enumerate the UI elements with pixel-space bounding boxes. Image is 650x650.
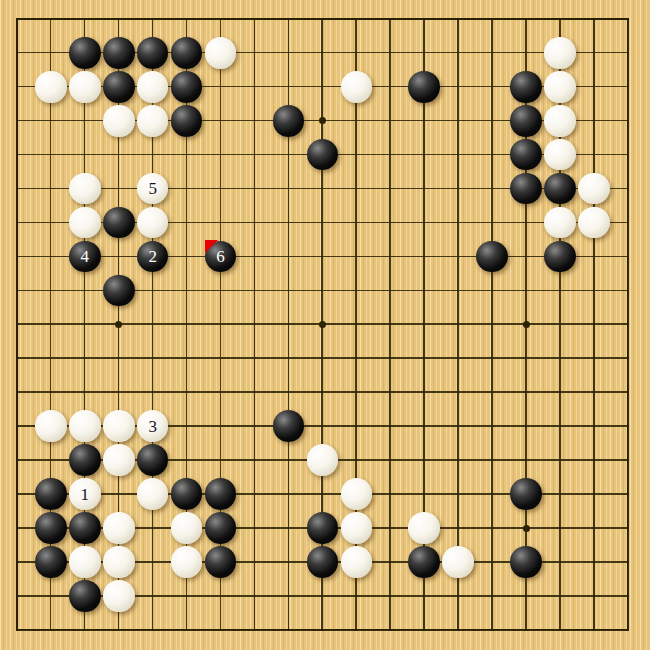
- intersection[interactable]: [102, 579, 136, 613]
- intersection[interactable]: [611, 307, 645, 341]
- stone-black[interactable]: [510, 139, 542, 171]
- intersection[interactable]: [0, 36, 34, 70]
- intersection[interactable]: [373, 443, 407, 477]
- intersection[interactable]: [34, 579, 68, 613]
- intersection[interactable]: [204, 579, 238, 613]
- stone-white[interactable]: [544, 37, 576, 69]
- intersection[interactable]: [0, 172, 34, 206]
- intersection[interactable]: [305, 477, 339, 511]
- intersection[interactable]: [339, 443, 373, 477]
- intersection[interactable]: [611, 443, 645, 477]
- intersection[interactable]: [34, 104, 68, 138]
- intersection[interactable]: [577, 341, 611, 375]
- intersection[interactable]: [339, 240, 373, 274]
- intersection[interactable]: [68, 409, 102, 443]
- intersection[interactable]: [577, 172, 611, 206]
- stone-white[interactable]: 5: [137, 173, 169, 205]
- intersection[interactable]: [305, 341, 339, 375]
- intersection[interactable]: [34, 341, 68, 375]
- stone-white[interactable]: [103, 580, 135, 612]
- stone-white[interactable]: 1: [69, 478, 101, 510]
- intersection[interactable]: [509, 274, 543, 308]
- intersection[interactable]: [339, 36, 373, 70]
- intersection[interactable]: [475, 375, 509, 409]
- intersection[interactable]: [407, 477, 441, 511]
- intersection[interactable]: [339, 545, 373, 579]
- stone-black[interactable]: [307, 546, 339, 578]
- intersection[interactable]: [136, 443, 170, 477]
- intersection[interactable]: [204, 307, 238, 341]
- intersection[interactable]: [543, 138, 577, 172]
- stone-white[interactable]: [137, 478, 169, 510]
- intersection[interactable]: [475, 138, 509, 172]
- intersection[interactable]: [475, 36, 509, 70]
- intersection[interactable]: [373, 341, 407, 375]
- intersection[interactable]: [272, 579, 306, 613]
- stone-black[interactable]: [205, 478, 237, 510]
- intersection[interactable]: [441, 545, 475, 579]
- intersection[interactable]: [373, 307, 407, 341]
- intersection[interactable]: [136, 511, 170, 545]
- intersection[interactable]: [170, 274, 204, 308]
- intersection[interactable]: [68, 36, 102, 70]
- intersection[interactable]: [509, 477, 543, 511]
- intersection[interactable]: [272, 341, 306, 375]
- intersection[interactable]: [373, 70, 407, 104]
- intersection[interactable]: [441, 341, 475, 375]
- intersection[interactable]: [238, 274, 272, 308]
- intersection[interactable]: [407, 443, 441, 477]
- stone-white[interactable]: [69, 207, 101, 239]
- stone-white[interactable]: [544, 139, 576, 171]
- intersection[interactable]: [34, 511, 68, 545]
- intersection[interactable]: [170, 477, 204, 511]
- intersection[interactable]: [475, 172, 509, 206]
- stone-white[interactable]: [171, 512, 203, 544]
- intersection[interactable]: [441, 511, 475, 545]
- intersection[interactable]: [238, 206, 272, 240]
- intersection[interactable]: [136, 138, 170, 172]
- stone-black[interactable]: [35, 546, 67, 578]
- intersection[interactable]: [611, 579, 645, 613]
- stone-white[interactable]: [137, 207, 169, 239]
- intersection[interactable]: [204, 443, 238, 477]
- intersection[interactable]: [170, 579, 204, 613]
- intersection[interactable]: [238, 511, 272, 545]
- intersection[interactable]: [373, 613, 407, 647]
- stone-black[interactable]: [103, 37, 135, 69]
- intersection[interactable]: [0, 545, 34, 579]
- intersection[interactable]: [170, 613, 204, 647]
- intersection[interactable]: [68, 375, 102, 409]
- intersection[interactable]: [238, 409, 272, 443]
- intersection[interactable]: [170, 511, 204, 545]
- intersection[interactable]: 6: [204, 240, 238, 274]
- intersection[interactable]: [204, 274, 238, 308]
- intersection[interactable]: [34, 274, 68, 308]
- intersection[interactable]: [509, 443, 543, 477]
- intersection[interactable]: [68, 443, 102, 477]
- intersection[interactable]: [373, 409, 407, 443]
- intersection[interactable]: [577, 477, 611, 511]
- intersection[interactable]: [441, 579, 475, 613]
- stone-black[interactable]: [69, 512, 101, 544]
- intersection[interactable]: [238, 443, 272, 477]
- intersection[interactable]: [238, 104, 272, 138]
- intersection[interactable]: [611, 375, 645, 409]
- intersection[interactable]: [0, 240, 34, 274]
- intersection[interactable]: [34, 375, 68, 409]
- intersection[interactable]: [102, 511, 136, 545]
- intersection[interactable]: [611, 545, 645, 579]
- intersection[interactable]: [577, 443, 611, 477]
- intersection[interactable]: [238, 477, 272, 511]
- intersection[interactable]: 3: [136, 409, 170, 443]
- stone-white[interactable]: [103, 410, 135, 442]
- intersection[interactable]: [68, 138, 102, 172]
- intersection[interactable]: [0, 409, 34, 443]
- intersection[interactable]: [339, 2, 373, 36]
- intersection[interactable]: [34, 70, 68, 104]
- intersection[interactable]: [611, 240, 645, 274]
- intersection[interactable]: [68, 274, 102, 308]
- intersection[interactable]: [0, 138, 34, 172]
- intersection[interactable]: [509, 206, 543, 240]
- intersection[interactable]: [339, 138, 373, 172]
- intersection[interactable]: [407, 341, 441, 375]
- intersection[interactable]: [102, 613, 136, 647]
- intersection[interactable]: [509, 240, 543, 274]
- intersection[interactable]: [407, 579, 441, 613]
- intersection[interactable]: [272, 172, 306, 206]
- stone-black[interactable]: [510, 478, 542, 510]
- intersection[interactable]: [407, 36, 441, 70]
- intersection[interactable]: [373, 2, 407, 36]
- intersection[interactable]: [543, 172, 577, 206]
- intersection[interactable]: [102, 375, 136, 409]
- intersection[interactable]: [543, 274, 577, 308]
- intersection[interactable]: [339, 341, 373, 375]
- intersection[interactable]: [238, 172, 272, 206]
- intersection[interactable]: [170, 409, 204, 443]
- intersection[interactable]: [509, 579, 543, 613]
- stone-white[interactable]: [69, 546, 101, 578]
- intersection[interactable]: [272, 477, 306, 511]
- intersection[interactable]: [170, 206, 204, 240]
- intersection[interactable]: [305, 172, 339, 206]
- intersection[interactable]: [611, 138, 645, 172]
- go-board[interactable]: 542631: [0, 0, 650, 650]
- intersection[interactable]: [136, 206, 170, 240]
- intersection[interactable]: [509, 409, 543, 443]
- intersection[interactable]: [204, 104, 238, 138]
- intersection[interactable]: [170, 104, 204, 138]
- intersection[interactable]: [611, 172, 645, 206]
- intersection[interactable]: [475, 307, 509, 341]
- stone-black[interactable]: [69, 37, 101, 69]
- stone-black[interactable]: [137, 37, 169, 69]
- intersection[interactable]: [543, 240, 577, 274]
- stone-white[interactable]: [171, 546, 203, 578]
- intersection[interactable]: [305, 138, 339, 172]
- intersection[interactable]: [272, 36, 306, 70]
- intersection[interactable]: [34, 307, 68, 341]
- intersection[interactable]: [543, 545, 577, 579]
- stone-black[interactable]: [307, 139, 339, 171]
- intersection[interactable]: [68, 2, 102, 36]
- stone-white[interactable]: [69, 173, 101, 205]
- intersection[interactable]: [305, 545, 339, 579]
- intersection[interactable]: [577, 138, 611, 172]
- intersection[interactable]: [441, 240, 475, 274]
- stone-white[interactable]: [69, 71, 101, 103]
- stone-white[interactable]: [408, 512, 440, 544]
- intersection[interactable]: [0, 579, 34, 613]
- intersection[interactable]: [577, 240, 611, 274]
- intersection[interactable]: [509, 613, 543, 647]
- intersection[interactable]: [272, 70, 306, 104]
- intersection[interactable]: [0, 70, 34, 104]
- intersection[interactable]: [373, 104, 407, 138]
- intersection[interactable]: [136, 613, 170, 647]
- intersection[interactable]: [34, 443, 68, 477]
- intersection[interactable]: [475, 70, 509, 104]
- intersection[interactable]: [305, 240, 339, 274]
- intersection[interactable]: [373, 274, 407, 308]
- stone-white[interactable]: [137, 105, 169, 137]
- intersection[interactable]: [272, 2, 306, 36]
- intersection[interactable]: [611, 70, 645, 104]
- stone-black[interactable]: [69, 444, 101, 476]
- intersection[interactable]: [577, 206, 611, 240]
- intersection[interactable]: [543, 341, 577, 375]
- intersection[interactable]: [170, 375, 204, 409]
- stone-black[interactable]: [510, 71, 542, 103]
- intersection[interactable]: [34, 172, 68, 206]
- intersection[interactable]: [68, 613, 102, 647]
- intersection[interactable]: [305, 409, 339, 443]
- intersection[interactable]: [339, 206, 373, 240]
- intersection[interactable]: [272, 274, 306, 308]
- intersection[interactable]: [68, 341, 102, 375]
- intersection[interactable]: [305, 36, 339, 70]
- intersection[interactable]: [68, 545, 102, 579]
- intersection[interactable]: [272, 511, 306, 545]
- intersection[interactable]: [577, 613, 611, 647]
- intersection[interactable]: [238, 70, 272, 104]
- intersection[interactable]: [509, 104, 543, 138]
- intersection[interactable]: [0, 477, 34, 511]
- stone-white[interactable]: 3: [137, 410, 169, 442]
- intersection[interactable]: [577, 409, 611, 443]
- intersection[interactable]: [170, 172, 204, 206]
- intersection[interactable]: [238, 341, 272, 375]
- intersection[interactable]: [0, 613, 34, 647]
- stone-black[interactable]: [69, 580, 101, 612]
- intersection[interactable]: [509, 70, 543, 104]
- intersection[interactable]: [611, 613, 645, 647]
- stone-white[interactable]: [307, 444, 339, 476]
- intersection[interactable]: [136, 375, 170, 409]
- intersection[interactable]: [509, 138, 543, 172]
- intersection[interactable]: [543, 2, 577, 36]
- stone-black[interactable]: [35, 512, 67, 544]
- intersection[interactable]: [272, 104, 306, 138]
- stone-white[interactable]: [341, 478, 373, 510]
- intersection[interactable]: [136, 104, 170, 138]
- intersection[interactable]: [509, 172, 543, 206]
- intersection[interactable]: [611, 206, 645, 240]
- intersection[interactable]: [543, 579, 577, 613]
- intersection[interactable]: [305, 206, 339, 240]
- intersection[interactable]: [373, 206, 407, 240]
- intersection[interactable]: [102, 2, 136, 36]
- intersection[interactable]: [441, 172, 475, 206]
- intersection[interactable]: [102, 172, 136, 206]
- intersection[interactable]: [509, 2, 543, 36]
- intersection[interactable]: [475, 579, 509, 613]
- intersection[interactable]: [577, 104, 611, 138]
- stone-black[interactable]: [408, 71, 440, 103]
- intersection[interactable]: [204, 409, 238, 443]
- intersection[interactable]: [339, 613, 373, 647]
- intersection[interactable]: [0, 307, 34, 341]
- stone-black[interactable]: [35, 478, 67, 510]
- intersection[interactable]: [407, 172, 441, 206]
- intersection[interactable]: [0, 104, 34, 138]
- intersection[interactable]: [475, 613, 509, 647]
- intersection[interactable]: [102, 477, 136, 511]
- stone-black[interactable]: [544, 173, 576, 205]
- intersection[interactable]: [238, 2, 272, 36]
- intersection[interactable]: [577, 375, 611, 409]
- stone-white[interactable]: [442, 546, 474, 578]
- intersection[interactable]: [543, 477, 577, 511]
- intersection[interactable]: [272, 138, 306, 172]
- intersection[interactable]: [102, 307, 136, 341]
- intersection[interactable]: [238, 307, 272, 341]
- intersection[interactable]: [136, 579, 170, 613]
- intersection[interactable]: [577, 545, 611, 579]
- intersection[interactable]: [170, 36, 204, 70]
- stone-white[interactable]: [578, 207, 610, 239]
- intersection[interactable]: [407, 613, 441, 647]
- intersection[interactable]: [204, 138, 238, 172]
- intersection[interactable]: [305, 70, 339, 104]
- intersection[interactable]: [170, 545, 204, 579]
- intersection[interactable]: [0, 443, 34, 477]
- intersection[interactable]: [102, 545, 136, 579]
- intersection[interactable]: [373, 138, 407, 172]
- intersection[interactable]: [34, 2, 68, 36]
- intersection[interactable]: [305, 579, 339, 613]
- intersection[interactable]: [475, 511, 509, 545]
- intersection[interactable]: [373, 172, 407, 206]
- intersection[interactable]: [170, 240, 204, 274]
- intersection[interactable]: [577, 36, 611, 70]
- intersection[interactable]: [238, 240, 272, 274]
- intersection[interactable]: [204, 206, 238, 240]
- intersection[interactable]: [34, 613, 68, 647]
- stone-black[interactable]: [137, 444, 169, 476]
- stone-black[interactable]: [103, 207, 135, 239]
- intersection[interactable]: [441, 443, 475, 477]
- intersection[interactable]: [509, 36, 543, 70]
- intersection[interactable]: [441, 104, 475, 138]
- intersection[interactable]: [339, 172, 373, 206]
- intersection[interactable]: 1: [68, 477, 102, 511]
- intersection[interactable]: [272, 240, 306, 274]
- intersection[interactable]: [611, 104, 645, 138]
- stone-white[interactable]: [544, 71, 576, 103]
- intersection[interactable]: [136, 477, 170, 511]
- intersection[interactable]: [475, 104, 509, 138]
- intersection[interactable]: [272, 443, 306, 477]
- intersection[interactable]: [68, 104, 102, 138]
- intersection[interactable]: [577, 70, 611, 104]
- intersection[interactable]: [272, 545, 306, 579]
- stone-white[interactable]: [103, 546, 135, 578]
- intersection[interactable]: [170, 2, 204, 36]
- stone-white[interactable]: [341, 71, 373, 103]
- intersection[interactable]: [577, 274, 611, 308]
- intersection[interactable]: [102, 104, 136, 138]
- intersection[interactable]: [272, 375, 306, 409]
- intersection[interactable]: [204, 545, 238, 579]
- intersection[interactable]: [407, 545, 441, 579]
- stone-black[interactable]: 4: [69, 241, 101, 273]
- intersection[interactable]: [441, 274, 475, 308]
- intersection[interactable]: [238, 545, 272, 579]
- stone-white[interactable]: [341, 546, 373, 578]
- intersection[interactable]: [0, 206, 34, 240]
- intersection[interactable]: [204, 477, 238, 511]
- intersection[interactable]: [543, 613, 577, 647]
- intersection[interactable]: [611, 477, 645, 511]
- intersection[interactable]: [577, 2, 611, 36]
- intersection[interactable]: [305, 443, 339, 477]
- intersection[interactable]: [305, 375, 339, 409]
- intersection[interactable]: [272, 613, 306, 647]
- intersection[interactable]: [475, 274, 509, 308]
- intersection[interactable]: [68, 511, 102, 545]
- intersection[interactable]: [543, 511, 577, 545]
- stone-black[interactable]: [171, 478, 203, 510]
- intersection[interactable]: [68, 307, 102, 341]
- intersection[interactable]: [441, 2, 475, 36]
- intersection[interactable]: [68, 172, 102, 206]
- intersection[interactable]: [475, 2, 509, 36]
- stone-white[interactable]: [341, 512, 373, 544]
- intersection[interactable]: [441, 36, 475, 70]
- intersection[interactable]: [204, 70, 238, 104]
- stone-white[interactable]: [103, 512, 135, 544]
- stone-black[interactable]: [171, 105, 203, 137]
- stone-black[interactable]: [510, 546, 542, 578]
- intersection[interactable]: [136, 341, 170, 375]
- stone-black[interactable]: [103, 275, 135, 307]
- intersection[interactable]: [407, 104, 441, 138]
- stone-white[interactable]: [35, 71, 67, 103]
- intersection[interactable]: [543, 375, 577, 409]
- intersection[interactable]: [34, 206, 68, 240]
- intersection[interactable]: [475, 341, 509, 375]
- stone-white[interactable]: [35, 410, 67, 442]
- intersection[interactable]: [509, 545, 543, 579]
- stone-black[interactable]: [307, 512, 339, 544]
- intersection[interactable]: [611, 2, 645, 36]
- stone-white[interactable]: [103, 444, 135, 476]
